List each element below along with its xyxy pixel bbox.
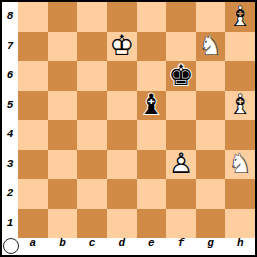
square-b4[interactable] [48,120,78,150]
square-a2[interactable] [18,179,48,209]
black-king-icon: ♚ [166,61,196,91]
square-d4[interactable] [107,120,137,150]
square-c2[interactable] [77,179,107,209]
file-label-g: g [196,238,226,255]
square-e2[interactable] [137,179,167,209]
rank-label-6: 6 [2,61,18,91]
file-label-f: f [166,238,196,255]
square-g7[interactable]: ♞♘ [196,32,226,62]
rank-label-7: 7 [2,32,18,62]
side-to-move-indicator [3,238,19,254]
square-b7[interactable] [48,32,78,62]
square-f2[interactable] [166,179,196,209]
square-h6[interactable] [225,61,255,91]
square-f8[interactable] [166,2,196,32]
square-f6[interactable]: ♚♚ [166,61,196,91]
square-h5[interactable]: ♝♗ [225,91,255,121]
square-e8[interactable] [137,2,167,32]
black-bishop-icon: ♝ [137,91,167,121]
square-g4[interactable] [196,120,226,150]
square-c4[interactable] [77,120,107,150]
white-king-icon: ♚ [107,32,137,62]
square-c6[interactable] [77,61,107,91]
square-h4[interactable] [225,120,255,150]
rank-labels: 87654321 [2,2,18,238]
square-h1[interactable] [225,209,255,239]
file-label-c: c [77,238,107,255]
square-d2[interactable] [107,179,137,209]
white-pawn-icon: ♟ [166,150,196,180]
square-c7[interactable] [77,32,107,62]
square-b3[interactable] [48,150,78,180]
white-bishop-icon: ♝ [225,2,255,32]
rank-label-3: 3 [2,150,18,180]
square-a8[interactable] [18,2,48,32]
rank-label-1: 1 [2,209,18,239]
square-a3[interactable] [18,150,48,180]
file-labels: abcdefgh [18,238,255,255]
square-b1[interactable] [48,209,78,239]
square-h8[interactable]: ♝♗ [225,2,255,32]
square-d6[interactable] [107,61,137,91]
square-e3[interactable] [137,150,167,180]
square-b6[interactable] [48,61,78,91]
square-h2[interactable] [225,179,255,209]
square-a7[interactable] [18,32,48,62]
square-f5[interactable] [166,91,196,121]
square-c5[interactable] [77,91,107,121]
square-b8[interactable] [48,2,78,32]
square-d8[interactable] [107,2,137,32]
square-d3[interactable] [107,150,137,180]
file-label-d: d [107,238,137,255]
rank-label-8: 8 [2,2,18,32]
square-d7[interactable]: ♚♔ [107,32,137,62]
black-bishop-icon: ♝ [137,91,167,121]
square-e7[interactable] [137,32,167,62]
file-label-h: h [225,238,255,255]
square-a6[interactable] [18,61,48,91]
white-king-icon: ♔ [107,32,137,62]
square-e5[interactable]: ♝♝ [137,91,167,121]
white-bishop-icon: ♗ [225,91,255,121]
square-g5[interactable] [196,91,226,121]
square-h3[interactable]: ♞♘ [225,150,255,180]
corner-cell [2,238,18,255]
square-e6[interactable] [137,61,167,91]
white-knight-icon: ♘ [196,32,226,62]
file-label-a: a [18,238,48,255]
square-g8[interactable] [196,2,226,32]
white-knight-icon: ♘ [225,150,255,180]
white-pawn-icon: ♙ [166,150,196,180]
square-c1[interactable] [77,209,107,239]
rank-label-5: 5 [2,91,18,121]
white-knight-icon: ♞ [225,150,255,180]
square-b2[interactable] [48,179,78,209]
file-label-b: b [48,238,78,255]
chess-diagram: 87654321 ♝♗♚♔♞♘♚♚♝♝♝♗♟♙♞♘ abcdefgh [0,0,257,257]
square-e4[interactable] [137,120,167,150]
square-a5[interactable] [18,91,48,121]
white-knight-icon: ♞ [196,32,226,62]
file-label-e: e [137,238,167,255]
rank-label-2: 2 [2,179,18,209]
black-king-icon: ♚ [166,61,196,91]
white-bishop-icon: ♗ [225,2,255,32]
square-c3[interactable] [77,150,107,180]
square-b5[interactable] [48,91,78,121]
square-a4[interactable] [18,120,48,150]
square-d5[interactable] [107,91,137,121]
square-a1[interactable] [18,209,48,239]
square-e1[interactable] [137,209,167,239]
square-h7[interactable] [225,32,255,62]
chess-board: ♝♗♚♔♞♘♚♚♝♝♝♗♟♙♞♘ [18,2,255,238]
square-f3[interactable]: ♟♙ [166,150,196,180]
square-g1[interactable] [196,209,226,239]
square-c8[interactable] [77,2,107,32]
square-f4[interactable] [166,120,196,150]
square-g2[interactable] [196,179,226,209]
square-f1[interactable] [166,209,196,239]
square-g3[interactable] [196,150,226,180]
square-d1[interactable] [107,209,137,239]
square-g6[interactable] [196,61,226,91]
square-f7[interactable] [166,32,196,62]
rank-label-4: 4 [2,120,18,150]
white-bishop-icon: ♝ [225,91,255,121]
